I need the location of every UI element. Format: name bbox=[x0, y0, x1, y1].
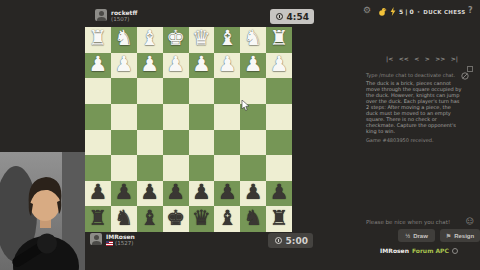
bottom-player-name[interactable]: IMRosen bbox=[106, 233, 135, 240]
piece-white-n[interactable]: ♞ bbox=[114, 28, 133, 49]
top-player-bar: rocketff (1507) bbox=[95, 9, 137, 22]
streamer-webcam bbox=[0, 152, 85, 270]
footer-suffix: Forum APC bbox=[412, 247, 449, 254]
chat-input[interactable]: Please be nice when you chat! bbox=[366, 219, 450, 225]
piece-black-r[interactable]: ♜ bbox=[270, 208, 289, 229]
piece-black-b[interactable]: ♝ bbox=[140, 208, 159, 229]
piece-black-p[interactable]: ♟ bbox=[140, 182, 159, 203]
move-nav-button-0[interactable]: |< bbox=[386, 55, 393, 62]
square[interactable]: ♛ bbox=[189, 206, 215, 232]
mute-chat-icon[interactable] bbox=[461, 72, 469, 80]
footer-banner: IMRosen Forum APC bbox=[358, 247, 480, 254]
draw-button[interactable]: ½ Draw bbox=[398, 229, 435, 242]
top-player-name[interactable]: rocketff bbox=[111, 9, 137, 16]
square[interactable]: ♜ bbox=[85, 27, 111, 53]
gear-icon[interactable]: ⚙ bbox=[363, 5, 371, 15]
square[interactable]: ♝ bbox=[214, 206, 240, 232]
square[interactable] bbox=[111, 155, 137, 181]
piece-white-p[interactable]: ♟ bbox=[244, 54, 263, 75]
move-nav-button-2[interactable]: < bbox=[414, 55, 419, 62]
piece-white-p[interactable]: ♟ bbox=[166, 54, 185, 75]
square[interactable] bbox=[266, 155, 292, 181]
square[interactable]: ♟ bbox=[189, 53, 215, 79]
top-clock-time: 4:54 bbox=[287, 12, 309, 22]
square[interactable]: ♟ bbox=[111, 181, 137, 207]
square[interactable]: ♝ bbox=[137, 27, 163, 53]
square[interactable] bbox=[163, 104, 189, 130]
lightning-icon bbox=[390, 7, 396, 16]
info-icon[interactable] bbox=[452, 248, 458, 254]
square[interactable]: ♟ bbox=[266, 53, 292, 79]
us-flag-icon bbox=[106, 241, 113, 246]
square[interactable]: ♟ bbox=[111, 53, 137, 79]
square[interactable] bbox=[85, 155, 111, 181]
clock-icon bbox=[275, 237, 282, 244]
square[interactable]: ♟ bbox=[189, 181, 215, 207]
piece-white-p[interactable]: ♟ bbox=[114, 54, 133, 75]
square[interactable] bbox=[163, 155, 189, 181]
square[interactable] bbox=[189, 155, 215, 181]
piece-black-p[interactable]: ♟ bbox=[244, 182, 263, 203]
move-nav-button-4[interactable]: >> bbox=[435, 55, 445, 62]
square[interactable] bbox=[111, 104, 137, 130]
square[interactable] bbox=[163, 130, 189, 156]
square[interactable] bbox=[214, 104, 240, 130]
square[interactable]: ♞ bbox=[240, 206, 266, 232]
clock-icon bbox=[276, 13, 283, 20]
piece-black-n[interactable]: ♞ bbox=[244, 208, 263, 229]
top-player-avatar[interactable] bbox=[95, 9, 107, 21]
square[interactable] bbox=[137, 130, 163, 156]
resign-flag-icon: ⚑ bbox=[446, 232, 451, 239]
piece-black-r[interactable]: ♜ bbox=[89, 208, 108, 229]
chat-log: Type /mute chat to deactivate chat. The … bbox=[366, 72, 462, 143]
move-nav: |<<<<>>>>| bbox=[386, 55, 458, 62]
bottom-player-bar: IMRosen (1527) bbox=[90, 233, 135, 246]
square[interactable]: ♝ bbox=[137, 206, 163, 232]
mouse-cursor-icon bbox=[241, 100, 250, 111]
square[interactable]: ♟ bbox=[163, 53, 189, 79]
square[interactable] bbox=[240, 130, 266, 156]
square[interactable]: ♟ bbox=[240, 181, 266, 207]
bottom-player-rating: (1527) bbox=[115, 240, 133, 246]
square[interactable] bbox=[214, 78, 240, 104]
time-control-label: 5 | 0 bbox=[399, 8, 414, 15]
square[interactable] bbox=[266, 78, 292, 104]
square[interactable] bbox=[266, 104, 292, 130]
square[interactable] bbox=[137, 155, 163, 181]
square[interactable] bbox=[85, 130, 111, 156]
square[interactable]: ♞ bbox=[111, 206, 137, 232]
variant-name: DUCK CHESS bbox=[423, 9, 465, 15]
smiley-icon[interactable]: ☺ bbox=[466, 218, 474, 226]
square[interactable] bbox=[189, 78, 215, 104]
square[interactable]: ♞ bbox=[111, 27, 137, 53]
square[interactable] bbox=[266, 130, 292, 156]
square[interactable]: ♟ bbox=[163, 181, 189, 207]
square[interactable]: ♚ bbox=[163, 27, 189, 53]
piece-black-p[interactable]: ♟ bbox=[218, 182, 237, 203]
square[interactable] bbox=[111, 130, 137, 156]
piece-black-p[interactable]: ♟ bbox=[114, 182, 133, 203]
top-player-rating: (1507) bbox=[111, 16, 129, 22]
draw-icon: ½ bbox=[405, 233, 410, 239]
square[interactable] bbox=[240, 155, 266, 181]
piece-black-n[interactable]: ♞ bbox=[114, 208, 133, 229]
bottom-player-avatar[interactable] bbox=[90, 233, 102, 245]
piece-black-p[interactable]: ♟ bbox=[270, 182, 289, 203]
piece-white-n[interactable]: ♞ bbox=[244, 28, 263, 49]
footer-username: IMRosen bbox=[380, 247, 409, 254]
piece-white-b[interactable]: ♝ bbox=[218, 28, 237, 49]
piece-white-p[interactable]: ♟ bbox=[140, 54, 159, 75]
square[interactable] bbox=[214, 155, 240, 181]
square[interactable] bbox=[163, 78, 189, 104]
square[interactable]: ♛ bbox=[189, 27, 215, 53]
move-nav-button-1[interactable]: << bbox=[399, 55, 409, 62]
square[interactable] bbox=[85, 78, 111, 104]
piece-black-p[interactable]: ♟ bbox=[166, 182, 185, 203]
square[interactable]: ♟ bbox=[137, 53, 163, 79]
dot-separator: • bbox=[417, 8, 421, 15]
piece-white-r[interactable]: ♜ bbox=[270, 28, 289, 49]
piece-white-p[interactable]: ♟ bbox=[89, 54, 108, 75]
variant-description: The duck is a brick, pieces cannot move … bbox=[366, 80, 462, 134]
piece-white-p[interactable]: ♟ bbox=[218, 54, 237, 75]
piece-white-p[interactable]: ♟ bbox=[192, 54, 211, 75]
square[interactable]: ♚ bbox=[163, 206, 189, 232]
game-number-line: Game #4803950 received. bbox=[366, 137, 462, 143]
chat-input-row: Please be nice when you chat! ☺ bbox=[366, 218, 474, 226]
top-player-clock: 4:54 bbox=[270, 9, 314, 24]
bottom-clock-time: 5:00 bbox=[286, 236, 308, 246]
piece-white-q[interactable]: ♛ bbox=[192, 28, 211, 49]
square[interactable]: ♟ bbox=[214, 181, 240, 207]
piece-black-b[interactable]: ♝ bbox=[218, 208, 237, 229]
draw-label: Draw bbox=[413, 233, 428, 239]
square[interactable]: ♟ bbox=[214, 53, 240, 79]
square[interactable] bbox=[85, 104, 111, 130]
piece-white-k[interactable]: ♚ bbox=[166, 28, 185, 49]
square[interactable]: ♜ bbox=[266, 27, 292, 53]
square[interactable]: ♟ bbox=[85, 53, 111, 79]
piece-white-p[interactable]: ♟ bbox=[270, 54, 289, 75]
piece-black-p[interactable]: ♟ bbox=[89, 182, 108, 203]
square[interactable] bbox=[189, 104, 215, 130]
chess-board[interactable]: ♜♞♝♚♛♝♞♜♟♟♟♟♟♟♟♟♟♟♟♟♟♟♟♟♜♞♝♚♛♝♞♜ bbox=[85, 27, 292, 232]
piece-black-p[interactable]: ♟ bbox=[192, 182, 211, 203]
move-nav-button-3[interactable]: > bbox=[425, 55, 430, 62]
square[interactable]: ♜ bbox=[85, 206, 111, 232]
chat-intro-line: Type /mute chat to deactivate chat. bbox=[366, 72, 462, 78]
square[interactable] bbox=[189, 130, 215, 156]
square[interactable]: ♟ bbox=[240, 53, 266, 79]
square[interactable]: ♜ bbox=[266, 206, 292, 232]
square[interactable] bbox=[111, 78, 137, 104]
move-nav-button-5[interactable]: >| bbox=[451, 55, 458, 62]
square[interactable]: ♞ bbox=[240, 27, 266, 53]
square[interactable] bbox=[137, 78, 163, 104]
piece-black-q[interactable]: ♛ bbox=[192, 208, 211, 229]
piece-white-r[interactable]: ♜ bbox=[89, 28, 108, 49]
square[interactable]: ♝ bbox=[214, 27, 240, 53]
resign-button[interactable]: ⚑ Resign bbox=[440, 229, 480, 242]
square[interactable]: ♟ bbox=[137, 181, 163, 207]
square[interactable]: ♟ bbox=[85, 181, 111, 207]
duck-icon bbox=[378, 7, 387, 16]
square[interactable] bbox=[214, 130, 240, 156]
resign-label: Resign bbox=[454, 233, 474, 239]
variant-header: 5 | 0 • DUCK CHESS bbox=[378, 6, 466, 17]
square[interactable]: ♟ bbox=[266, 181, 292, 207]
square[interactable] bbox=[137, 104, 163, 130]
piece-white-b[interactable]: ♝ bbox=[140, 28, 159, 49]
help-icon[interactable]: ? bbox=[468, 6, 473, 15]
piece-black-k[interactable]: ♚ bbox=[166, 208, 185, 229]
bottom-player-clock: 5:00 bbox=[268, 233, 313, 248]
